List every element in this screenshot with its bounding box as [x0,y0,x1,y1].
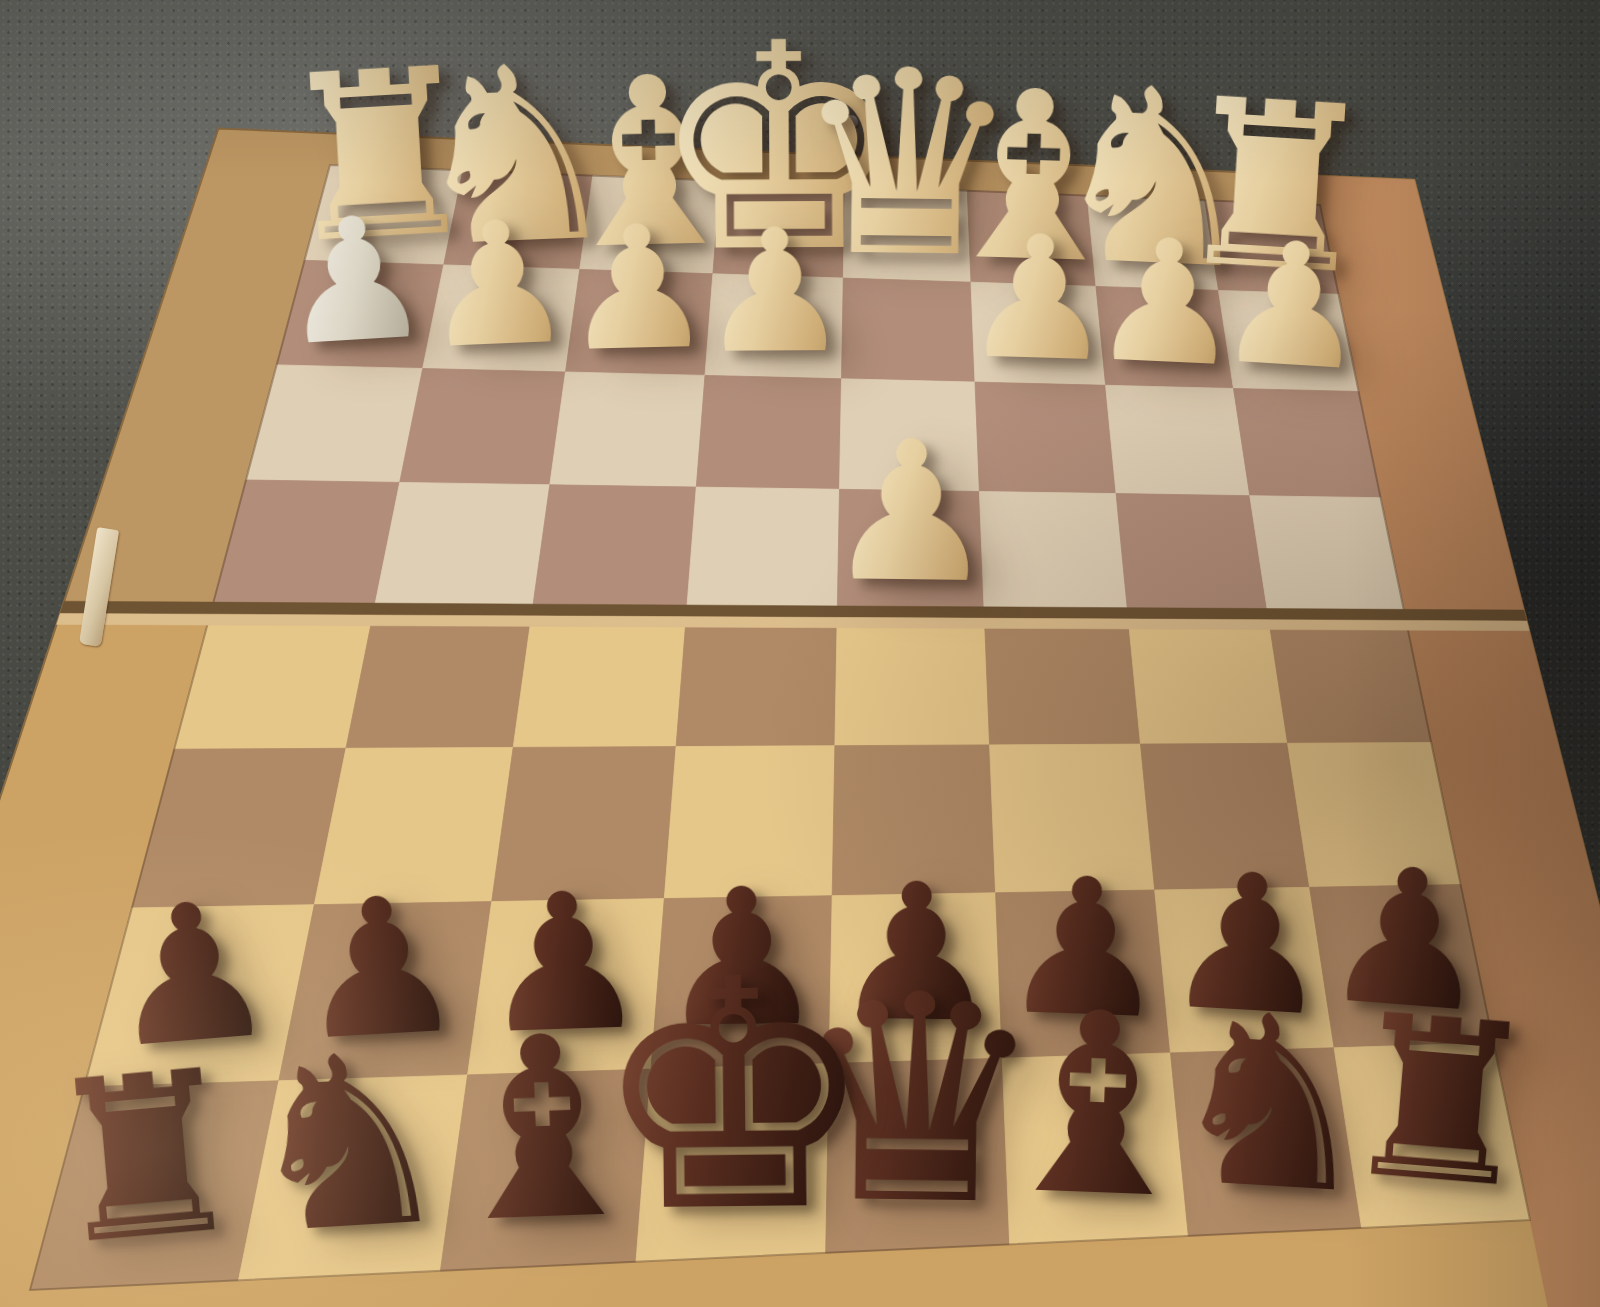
pieces-layer: ♜♞♝♚♛♝♞♜♟♟♟♟♟♟♟♟♟♟♟♟♟♟♟♟♜♞♝♚♛♝♞♜ [0,0,1600,1307]
piece-black-bishop-f8[interactable]: ♝ [427,1001,660,1259]
piece-white-pawn-h2[interactable]: ♟ [274,191,436,370]
chess-photo-scene: ♜♞♝♚♛♝♞♜♟♟♟♟♟♟♟♟♟♟♟♟♟♟♟♟♜♞♝♚♛♝♞♜ [0,0,1600,1307]
piece-black-knight-g8[interactable]: ♞ [234,1019,461,1269]
piece-white-pawn-f2[interactable]: ♟ [560,201,716,374]
piece-white-pawn-a2[interactable]: ♟ [1211,216,1374,395]
piece-white-pawn-e2[interactable]: ♟ [698,206,851,377]
piece-white-pawn-g2[interactable]: ♟ [418,196,577,372]
piece-black-rook-h8[interactable]: ♜ [36,1038,255,1278]
piece-white-pawn-d4[interactable]: ♟ [823,415,998,610]
